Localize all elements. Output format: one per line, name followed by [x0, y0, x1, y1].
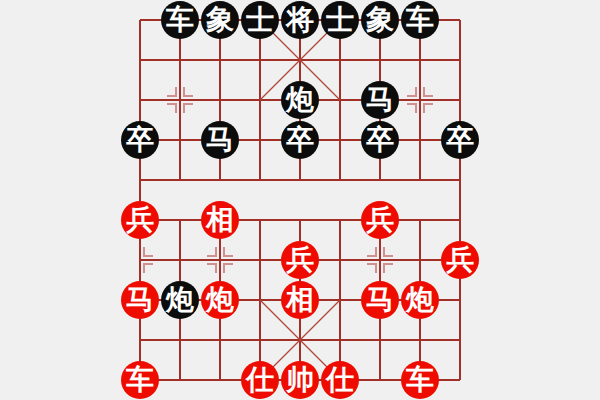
point-5-0: 士 — [320, 0, 360, 40]
piece-red-horse[interactable]: 马 — [121, 281, 159, 319]
point-2-9 — [200, 360, 240, 400]
point-6-3: 卒 — [360, 120, 400, 160]
point-8-4 — [440, 160, 480, 200]
piece-red-soldier[interactable]: 兵 — [361, 201, 399, 239]
point-6-7: 马 — [360, 280, 400, 320]
piece-black-soldier[interactable]: 卒 — [361, 121, 399, 159]
point-7-8 — [400, 320, 440, 360]
point-5-1 — [320, 40, 360, 80]
point-2-6 — [200, 240, 240, 280]
point-7-2 — [400, 80, 440, 120]
point-5-2 — [320, 80, 360, 120]
piece-red-chariot[interactable]: 车 — [121, 361, 159, 399]
point-3-9: 仕 — [240, 360, 280, 400]
point-6-6 — [360, 240, 400, 280]
point-1-5 — [160, 200, 200, 240]
point-4-3: 卒 — [280, 120, 320, 160]
piece-black-cannon[interactable]: 炮 — [281, 81, 319, 119]
point-0-5: 兵 — [120, 200, 160, 240]
point-1-8 — [160, 320, 200, 360]
point-7-6 — [400, 240, 440, 280]
point-2-0: 象 — [200, 0, 240, 40]
point-3-1 — [240, 40, 280, 80]
point-7-5 — [400, 200, 440, 240]
piece-black-soldier[interactable]: 卒 — [121, 121, 159, 159]
point-6-8 — [360, 320, 400, 360]
point-6-9 — [360, 360, 400, 400]
piece-red-cannon[interactable]: 炮 — [201, 281, 239, 319]
point-7-0: 车 — [400, 0, 440, 40]
point-6-0: 象 — [360, 0, 400, 40]
point-8-8 — [440, 320, 480, 360]
point-7-3 — [400, 120, 440, 160]
point-5-7 — [320, 280, 360, 320]
point-8-1 — [440, 40, 480, 80]
point-4-9: 帅 — [280, 360, 320, 400]
point-4-1 — [280, 40, 320, 80]
point-0-0 — [120, 0, 160, 40]
point-5-3 — [320, 120, 360, 160]
piece-black-soldier[interactable]: 卒 — [281, 121, 319, 159]
point-3-6 — [240, 240, 280, 280]
piece-black-horse[interactable]: 马 — [201, 121, 239, 159]
point-8-3: 卒 — [440, 120, 480, 160]
piece-red-general[interactable]: 帅 — [281, 361, 319, 399]
point-1-1 — [160, 40, 200, 80]
point-6-1 — [360, 40, 400, 80]
point-0-7: 马 — [120, 280, 160, 320]
point-2-5: 相 — [200, 200, 240, 240]
piece-black-horse[interactable]: 马 — [361, 81, 399, 119]
point-7-7: 炮 — [400, 280, 440, 320]
point-1-4 — [160, 160, 200, 200]
point-1-3 — [160, 120, 200, 160]
piece-red-advisor[interactable]: 仕 — [241, 361, 279, 399]
point-1-9 — [160, 360, 200, 400]
piece-black-general[interactable]: 将 — [281, 1, 319, 39]
point-5-9: 仕 — [320, 360, 360, 400]
point-3-5 — [240, 200, 280, 240]
point-4-6: 兵 — [280, 240, 320, 280]
piece-black-chariot[interactable]: 车 — [161, 1, 199, 39]
piece-black-soldier[interactable]: 卒 — [441, 121, 479, 159]
point-4-2: 炮 — [280, 80, 320, 120]
piece-black-chariot[interactable]: 车 — [401, 1, 439, 39]
point-6-5: 兵 — [360, 200, 400, 240]
point-4-4 — [280, 160, 320, 200]
point-2-4 — [200, 160, 240, 200]
point-2-3: 马 — [200, 120, 240, 160]
point-1-0: 车 — [160, 0, 200, 40]
point-3-3 — [240, 120, 280, 160]
point-0-4 — [120, 160, 160, 200]
point-1-7: 炮 — [160, 280, 200, 320]
point-4-8 — [280, 320, 320, 360]
piece-red-advisor[interactable]: 仕 — [321, 361, 359, 399]
piece-black-elephant[interactable]: 象 — [201, 1, 239, 39]
point-5-5 — [320, 200, 360, 240]
point-1-6 — [160, 240, 200, 280]
point-3-7 — [240, 280, 280, 320]
point-0-2 — [120, 80, 160, 120]
board-grid: 车象士将士象车炮马卒马卒卒卒兵相兵兵兵马炮炮相马炮车仕帅仕车 — [120, 0, 480, 400]
point-4-7: 相 — [280, 280, 320, 320]
piece-black-advisor[interactable]: 士 — [321, 1, 359, 39]
point-0-9: 车 — [120, 360, 160, 400]
point-2-8 — [200, 320, 240, 360]
point-8-6: 兵 — [440, 240, 480, 280]
point-8-0 — [440, 0, 480, 40]
point-6-2: 马 — [360, 80, 400, 120]
point-5-6 — [320, 240, 360, 280]
piece-black-elephant[interactable]: 象 — [361, 1, 399, 39]
xiangqi-board: 车象士将士象车炮马卒马卒卒卒兵相兵兵兵马炮炮相马炮车仕帅仕车 — [0, 0, 600, 400]
piece-red-horse[interactable]: 马 — [361, 281, 399, 319]
point-2-1 — [200, 40, 240, 80]
point-8-5 — [440, 200, 480, 240]
point-7-9: 车 — [400, 360, 440, 400]
piece-red-soldier[interactable]: 兵 — [121, 201, 159, 239]
point-4-5 — [280, 200, 320, 240]
point-6-4 — [360, 160, 400, 200]
point-2-2 — [200, 80, 240, 120]
point-3-8 — [240, 320, 280, 360]
piece-red-chariot[interactable]: 车 — [401, 361, 439, 399]
point-5-8 — [320, 320, 360, 360]
piece-red-elephant[interactable]: 相 — [201, 201, 239, 239]
point-1-2 — [160, 80, 200, 120]
piece-red-elephant[interactable]: 相 — [281, 281, 319, 319]
point-8-9 — [440, 360, 480, 400]
point-4-0: 将 — [280, 0, 320, 40]
point-8-7 — [440, 280, 480, 320]
point-8-2 — [440, 80, 480, 120]
piece-red-cannon[interactable]: 炮 — [401, 281, 439, 319]
point-2-7: 炮 — [200, 280, 240, 320]
point-0-6 — [120, 240, 160, 280]
point-0-1 — [120, 40, 160, 80]
point-5-4 — [320, 160, 360, 200]
piece-black-cannon[interactable]: 炮 — [161, 281, 199, 319]
point-0-3: 卒 — [120, 120, 160, 160]
piece-red-soldier[interactable]: 兵 — [281, 241, 319, 279]
piece-red-soldier[interactable]: 兵 — [441, 241, 479, 279]
point-3-2 — [240, 80, 280, 120]
point-0-8 — [120, 320, 160, 360]
piece-black-advisor[interactable]: 士 — [241, 1, 279, 39]
point-7-1 — [400, 40, 440, 80]
point-7-4 — [400, 160, 440, 200]
point-3-4 — [240, 160, 280, 200]
point-3-0: 士 — [240, 0, 280, 40]
